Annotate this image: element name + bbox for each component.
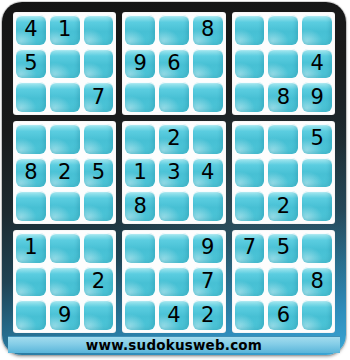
cell-r3c3[interactable]: 7 (84, 82, 114, 112)
cell-r8c9[interactable]: 8 (302, 267, 332, 297)
cell-r2c8[interactable] (268, 49, 298, 79)
cell-r9c3[interactable] (84, 300, 114, 330)
cell-r4c1[interactable] (16, 124, 46, 154)
sudoku-board-frame: 4157 896 489 825 21348 52 129 9742 7586 … (2, 2, 346, 355)
cell-r4c7[interactable] (235, 124, 265, 154)
cell-r2c5[interactable]: 6 (159, 49, 189, 79)
cell-r6c9[interactable] (302, 191, 332, 221)
cell-r9c7[interactable] (235, 300, 265, 330)
cell-r6c1[interactable] (16, 191, 46, 221)
cell-r1c7[interactable] (235, 15, 265, 45)
website-url: www.sudokusweb.com (86, 337, 262, 353)
cell-r1c6[interactable]: 8 (193, 15, 223, 45)
cell-r9c2[interactable]: 9 (50, 300, 80, 330)
box-top-right: 489 (232, 12, 335, 115)
cell-r3c7[interactable] (235, 82, 265, 112)
cell-r7c5[interactable] (159, 233, 189, 263)
cell-r5c8[interactable] (268, 158, 298, 188)
cell-r1c8[interactable] (268, 15, 298, 45)
cell-r5c7[interactable] (235, 158, 265, 188)
cell-r8c1[interactable] (16, 267, 46, 297)
cell-r2c6[interactable] (193, 49, 223, 79)
cell-r5c1[interactable]: 8 (16, 158, 46, 188)
cell-r4c6[interactable] (193, 124, 223, 154)
cell-r9c8[interactable]: 6 (268, 300, 298, 330)
cell-r3c1[interactable] (16, 82, 46, 112)
cell-r3c9[interactable]: 9 (302, 82, 332, 112)
cell-r7c9[interactable] (302, 233, 332, 263)
cell-r9c6[interactable]: 2 (193, 300, 223, 330)
cell-r2c9[interactable]: 4 (302, 49, 332, 79)
cell-r3c4[interactable] (125, 82, 155, 112)
cell-r9c1[interactable] (16, 300, 46, 330)
cell-r1c4[interactable] (125, 15, 155, 45)
cell-r9c9[interactable] (302, 300, 332, 330)
cell-r6c2[interactable] (50, 191, 80, 221)
cell-r1c1[interactable]: 4 (16, 15, 46, 45)
cell-r8c4[interactable] (125, 267, 155, 297)
cell-r8c6[interactable]: 7 (193, 267, 223, 297)
cell-r8c5[interactable] (159, 267, 189, 297)
cell-r1c5[interactable] (159, 15, 189, 45)
cell-r7c6[interactable]: 9 (193, 233, 223, 263)
box-middle-right: 52 (232, 121, 335, 224)
cell-r7c7[interactable]: 7 (235, 233, 265, 263)
cell-r1c2[interactable]: 1 (50, 15, 80, 45)
cell-r5c5[interactable]: 3 (159, 158, 189, 188)
cell-r6c5[interactable] (159, 191, 189, 221)
cell-r6c6[interactable] (193, 191, 223, 221)
cell-r2c3[interactable] (84, 49, 114, 79)
cell-r6c4[interactable]: 8 (125, 191, 155, 221)
cell-r2c7[interactable] (235, 49, 265, 79)
cell-r2c1[interactable]: 5 (16, 49, 46, 79)
box-top-center: 896 (122, 12, 225, 115)
cell-r4c3[interactable] (84, 124, 114, 154)
box-middle-left: 825 (13, 121, 116, 224)
cell-r4c9[interactable]: 5 (302, 124, 332, 154)
sudoku-board: 4157 896 489 825 21348 52 129 9742 7586 (13, 12, 335, 333)
cell-r8c7[interactable] (235, 267, 265, 297)
cell-r3c2[interactable] (50, 82, 80, 112)
cell-r4c8[interactable] (268, 124, 298, 154)
cell-r8c8[interactable] (268, 267, 298, 297)
cell-r2c2[interactable] (50, 49, 80, 79)
website-banner: www.sudokusweb.com (8, 336, 340, 353)
cell-r2c4[interactable]: 9 (125, 49, 155, 79)
box-bottom-right: 7586 (232, 230, 335, 333)
cell-r4c2[interactable] (50, 124, 80, 154)
cell-r3c6[interactable] (193, 82, 223, 112)
cell-r5c4[interactable]: 1 (125, 158, 155, 188)
cell-r5c2[interactable]: 2 (50, 158, 80, 188)
box-top-left: 4157 (13, 12, 116, 115)
cell-r4c4[interactable] (125, 124, 155, 154)
cell-r6c7[interactable] (235, 191, 265, 221)
cell-r5c6[interactable]: 4 (193, 158, 223, 188)
cell-r8c2[interactable] (50, 267, 80, 297)
cell-r8c3[interactable]: 2 (84, 267, 114, 297)
cell-r9c5[interactable]: 4 (159, 300, 189, 330)
cell-r7c1[interactable]: 1 (16, 233, 46, 263)
cell-r7c3[interactable] (84, 233, 114, 263)
box-middle-center: 21348 (122, 121, 225, 224)
cell-r7c2[interactable] (50, 233, 80, 263)
cell-r5c3[interactable]: 5 (84, 158, 114, 188)
cell-r3c8[interactable]: 8 (268, 82, 298, 112)
cell-r1c9[interactable] (302, 15, 332, 45)
cell-r7c8[interactable]: 5 (268, 233, 298, 263)
cell-r3c5[interactable] (159, 82, 189, 112)
box-bottom-left: 129 (13, 230, 116, 333)
cell-r6c3[interactable] (84, 191, 114, 221)
box-bottom-center: 9742 (122, 230, 225, 333)
cell-r1c3[interactable] (84, 15, 114, 45)
cell-r6c8[interactable]: 2 (268, 191, 298, 221)
cell-r7c4[interactable] (125, 233, 155, 263)
cell-r9c4[interactable] (125, 300, 155, 330)
cell-r4c5[interactable]: 2 (159, 124, 189, 154)
page: 4157 896 489 825 21348 52 129 9742 7586 … (0, 0, 350, 360)
cell-r5c9[interactable] (302, 158, 332, 188)
